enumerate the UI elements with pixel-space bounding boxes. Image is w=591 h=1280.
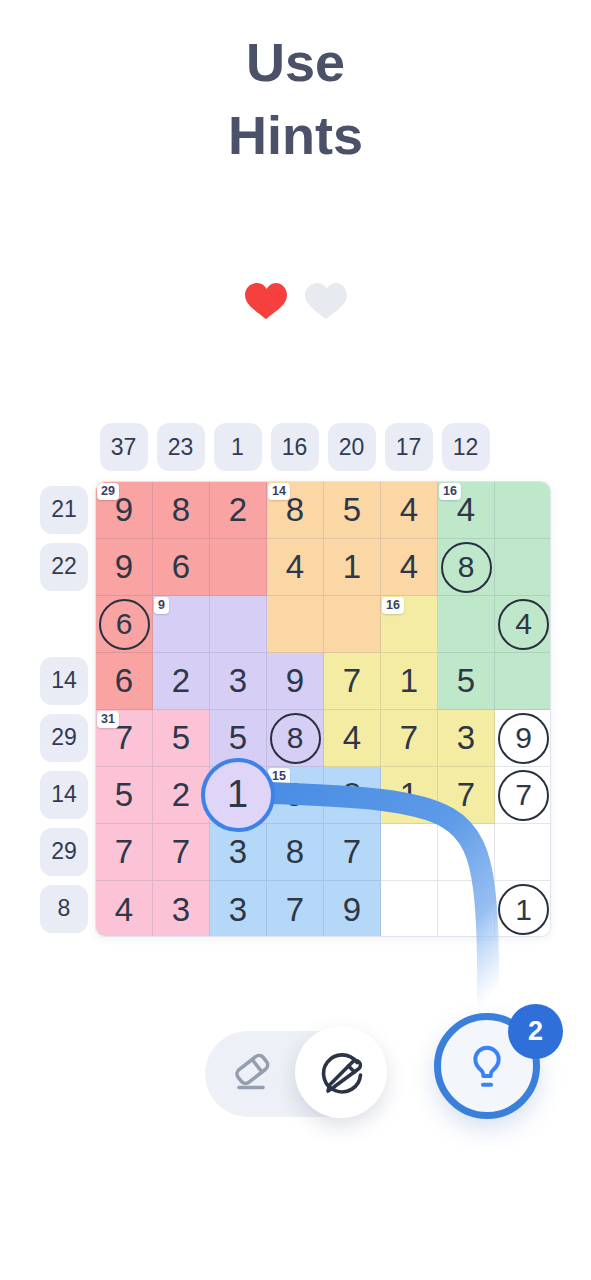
cell-r4c4[interactable]: 9	[267, 653, 324, 710]
cell-r6c1[interactable]: 5	[96, 767, 153, 824]
cell-r8c5[interactable]: 9	[324, 881, 381, 937]
kept-number-circle: 6	[99, 599, 150, 650]
cell-r3c4[interactable]	[267, 596, 324, 653]
cell-r2c5[interactable]: 1	[324, 539, 381, 596]
page-title: Use Hints	[0, 26, 591, 172]
cell-r8c4[interactable]: 7	[267, 881, 324, 937]
notes-button[interactable]	[295, 1026, 387, 1118]
cell-r5c2[interactable]: 5	[153, 710, 210, 767]
kept-number-circle: 7	[498, 770, 549, 821]
cell-r5c4[interactable]: 8	[267, 710, 324, 767]
region-sum-label: 9	[154, 597, 169, 614]
cell-r2c3[interactable]	[210, 539, 267, 596]
cell-r2c2[interactable]: 6	[153, 539, 210, 596]
col-target-7: 12	[442, 423, 490, 471]
cell-r3c2[interactable]: 9	[153, 596, 210, 653]
app-screen: Use Hints 3723116201712 2122142914298 92…	[0, 0, 591, 1280]
cell-r6c6[interactable]: 1	[381, 767, 438, 824]
cell-r4c2[interactable]: 2	[153, 653, 210, 710]
kept-number-circle: 4	[498, 599, 549, 650]
cell-r4c1[interactable]: 6	[96, 653, 153, 710]
cell-r8c2[interactable]: 3	[153, 881, 210, 937]
cell-r4c5[interactable]: 7	[324, 653, 381, 710]
hint-highlight-circle[interactable]: 1	[201, 758, 275, 832]
cell-r3c8[interactable]: 4	[495, 596, 551, 653]
kept-number-circle: 1	[498, 884, 549, 935]
pencil-icon	[314, 1045, 368, 1099]
cell-r3c5[interactable]	[324, 596, 381, 653]
cell-r2c6[interactable]: 4	[381, 539, 438, 596]
cell-r8c1[interactable]: 4	[96, 881, 153, 937]
cell-r1c4[interactable]: 814	[267, 482, 324, 539]
cell-r7c1[interactable]: 7	[96, 824, 153, 881]
region-sum-label: 29	[97, 483, 119, 500]
cell-r4c3[interactable]: 3	[210, 653, 267, 710]
cell-r3c6[interactable]: 16	[381, 596, 438, 653]
cell-r6c5[interactable]: 8	[324, 767, 381, 824]
kept-number-circle: 8	[441, 542, 492, 593]
lightbulb-icon	[459, 1038, 515, 1094]
eraser-button[interactable]	[227, 1047, 279, 1099]
cell-r3c1[interactable]: 6	[96, 596, 153, 653]
cell-r7c7[interactable]	[438, 824, 495, 881]
cell-r2c4[interactable]: 4	[267, 539, 324, 596]
cell-r6c7[interactable]: 7	[438, 767, 495, 824]
cell-r2c8[interactable]	[495, 539, 551, 596]
region-sum-label: 14	[268, 483, 290, 500]
row-target-2: 22	[40, 543, 88, 591]
lives	[0, 281, 591, 323]
puzzle-board: 9298281454416964148691646239715731558473…	[95, 481, 551, 937]
cell-r1c5[interactable]: 5	[324, 482, 381, 539]
cell-r4c6[interactable]: 1	[381, 653, 438, 710]
cell-r7c3[interactable]: 3	[210, 824, 267, 881]
cell-r8c8[interactable]: 1	[495, 881, 551, 937]
region-sum-label: 16	[382, 597, 404, 614]
cell-r7c6[interactable]	[381, 824, 438, 881]
col-target-3: 1	[214, 423, 262, 471]
cell-r5c7[interactable]: 3	[438, 710, 495, 767]
cell-r8c7[interactable]	[438, 881, 495, 937]
cell-r1c1[interactable]: 929	[96, 482, 153, 539]
row-target-4: 14	[40, 657, 88, 705]
row-target-1: 21	[40, 486, 88, 534]
cell-r6c8[interactable]: 7	[495, 767, 551, 824]
cell-r8c6[interactable]	[381, 881, 438, 937]
col-target-1: 37	[100, 423, 148, 471]
row-target-7: 29	[40, 828, 88, 876]
title-line-1: Use	[0, 26, 591, 99]
cell-r7c2[interactable]: 7	[153, 824, 210, 881]
cell-r6c4[interactable]: 915	[267, 767, 324, 824]
cell-r5c5[interactable]: 4	[324, 710, 381, 767]
hint-count-badge: 2	[508, 1004, 563, 1059]
col-target-6: 17	[385, 423, 433, 471]
col-target-2: 23	[157, 423, 205, 471]
cell-r3c7[interactable]	[438, 596, 495, 653]
col-target-5: 20	[328, 423, 376, 471]
cell-r1c2[interactable]: 8	[153, 482, 210, 539]
row-target-5: 29	[40, 714, 88, 762]
cell-r5c8[interactable]: 9	[495, 710, 551, 767]
cell-r1c6[interactable]: 4	[381, 482, 438, 539]
cell-r8c3[interactable]: 3	[210, 881, 267, 937]
kept-number-circle: 9	[498, 713, 549, 764]
cell-r7c4[interactable]: 8	[267, 824, 324, 881]
title-line-2: Hints	[0, 99, 591, 172]
life-full-heart-icon	[243, 281, 289, 323]
life-empty-heart-icon	[303, 281, 349, 323]
region-sum-label: 16	[439, 483, 461, 500]
cell-r4c8[interactable]	[495, 653, 551, 710]
col-target-4: 16	[271, 423, 319, 471]
cell-r2c1[interactable]: 9	[96, 539, 153, 596]
row-target-8: 8	[40, 885, 88, 933]
cell-r1c7[interactable]: 416	[438, 482, 495, 539]
region-sum-label: 31	[97, 711, 119, 728]
cell-r1c3[interactable]: 2	[210, 482, 267, 539]
kept-number-circle: 8	[270, 713, 321, 764]
cell-r2c7[interactable]: 8	[438, 539, 495, 596]
cell-r7c8[interactable]	[495, 824, 551, 881]
cell-r5c1[interactable]: 731	[96, 710, 153, 767]
cell-r1c8[interactable]	[495, 482, 551, 539]
cell-r7c5[interactable]: 7	[324, 824, 381, 881]
row-target-6: 14	[40, 771, 88, 819]
cell-r3c3[interactable]	[210, 596, 267, 653]
cell-r4c7[interactable]: 5	[438, 653, 495, 710]
eraser-icon	[227, 1047, 279, 1099]
cell-r5c6[interactable]: 7	[381, 710, 438, 767]
